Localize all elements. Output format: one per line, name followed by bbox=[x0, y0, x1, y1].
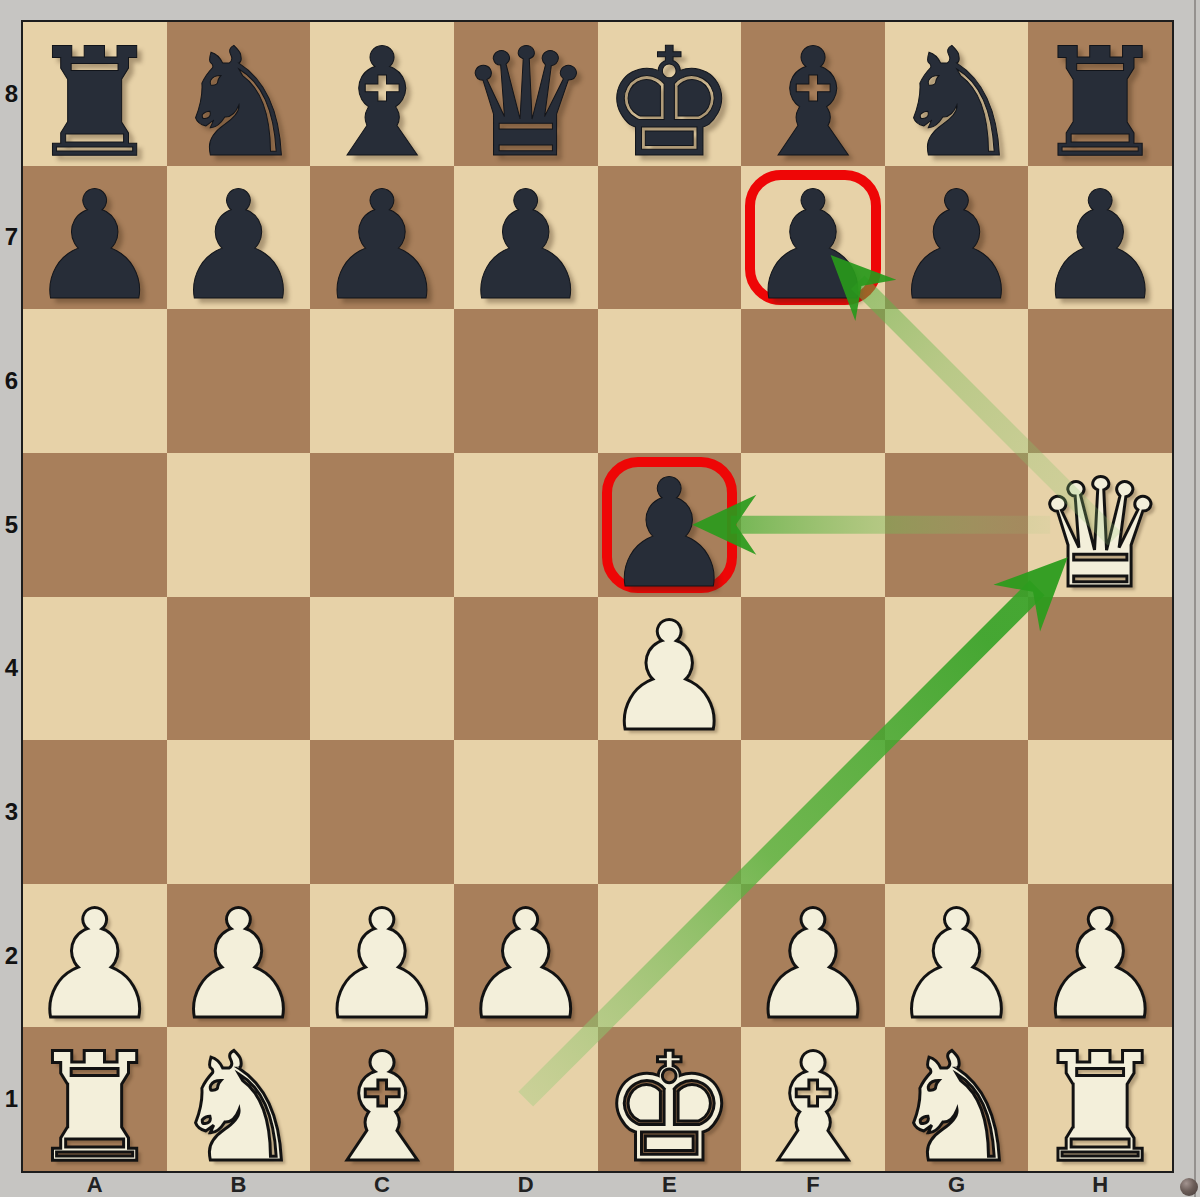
piece-black-queen: ♛ bbox=[454, 31, 598, 175]
square-h4[interactable] bbox=[1028, 597, 1172, 741]
rank-label-3: 3 bbox=[0, 740, 23, 884]
square-a4[interactable] bbox=[23, 597, 167, 741]
square-d5[interactable] bbox=[454, 453, 598, 597]
square-c4[interactable] bbox=[310, 597, 454, 741]
square-b8[interactable]: ♞ bbox=[167, 22, 311, 166]
square-g4[interactable] bbox=[885, 597, 1029, 741]
file-label-a: A bbox=[23, 1172, 167, 1197]
square-g6[interactable] bbox=[885, 309, 1029, 453]
square-a2[interactable]: ♟ bbox=[23, 884, 167, 1028]
square-h8[interactable]: ♜ bbox=[1028, 22, 1172, 166]
chess-diagram: 87654321 ♜♞♝♛♚♝♞♜♟♟♟♟♟♟♟♟♛♟♟♟♟♟♟♟♟♜♞♝♚♝♞… bbox=[0, 0, 1200, 1197]
chess-board: ♜♞♝♛♚♝♞♜♟♟♟♟♟♟♟♟♛♟♟♟♟♟♟♟♟♜♞♝♚♝♞♜ bbox=[23, 22, 1172, 1171]
rank-label-2: 2 bbox=[0, 884, 23, 1028]
piece-black-pawn: ♟ bbox=[598, 462, 742, 606]
file-label-f: F bbox=[741, 1172, 885, 1197]
square-d7[interactable]: ♟ bbox=[454, 166, 598, 310]
file-label-b: B bbox=[167, 1172, 311, 1197]
square-d6[interactable] bbox=[454, 309, 598, 453]
square-g1[interactable]: ♞ bbox=[885, 1027, 1029, 1171]
piece-white-rook: ♜ bbox=[23, 1036, 167, 1180]
piece-black-pawn: ♟ bbox=[23, 175, 167, 319]
piece-black-pawn: ♟ bbox=[310, 175, 454, 319]
square-a6[interactable] bbox=[23, 309, 167, 453]
square-h1[interactable]: ♜ bbox=[1028, 1027, 1172, 1171]
square-e8[interactable]: ♚ bbox=[598, 22, 742, 166]
square-d3[interactable] bbox=[454, 740, 598, 884]
file-label-e: E bbox=[598, 1172, 742, 1197]
square-b5[interactable] bbox=[167, 453, 311, 597]
square-f4[interactable] bbox=[741, 597, 885, 741]
rank-label-1: 1 bbox=[0, 1027, 23, 1171]
piece-white-pawn: ♟ bbox=[310, 893, 454, 1037]
square-g8[interactable]: ♞ bbox=[885, 22, 1029, 166]
piece-white-rook: ♜ bbox=[1028, 1036, 1172, 1180]
file-label-c: C bbox=[310, 1172, 454, 1197]
square-f3[interactable] bbox=[741, 740, 885, 884]
square-b7[interactable]: ♟ bbox=[167, 166, 311, 310]
piece-white-knight: ♞ bbox=[885, 1036, 1029, 1180]
square-a7[interactable]: ♟ bbox=[23, 166, 167, 310]
square-a8[interactable]: ♜ bbox=[23, 22, 167, 166]
square-e1[interactable]: ♚ bbox=[598, 1027, 742, 1171]
rank-label-8: 8 bbox=[0, 22, 23, 166]
square-f1[interactable]: ♝ bbox=[741, 1027, 885, 1171]
piece-white-bishop: ♝ bbox=[741, 1036, 885, 1180]
file-label-g: G bbox=[885, 1172, 1029, 1197]
square-f2[interactable]: ♟ bbox=[741, 884, 885, 1028]
piece-white-queen: ♛ bbox=[1028, 462, 1172, 606]
square-d2[interactable]: ♟ bbox=[454, 884, 598, 1028]
square-c5[interactable] bbox=[310, 453, 454, 597]
piece-white-knight: ♞ bbox=[167, 1036, 311, 1180]
piece-black-knight: ♞ bbox=[167, 31, 311, 175]
piece-black-rook: ♜ bbox=[1028, 31, 1172, 175]
square-b4[interactable] bbox=[167, 597, 311, 741]
rank-label-5: 5 bbox=[0, 453, 23, 597]
square-e6[interactable] bbox=[598, 309, 742, 453]
piece-white-pawn: ♟ bbox=[167, 893, 311, 1037]
piece-white-pawn: ♟ bbox=[23, 893, 167, 1037]
square-h3[interactable] bbox=[1028, 740, 1172, 884]
square-a5[interactable] bbox=[23, 453, 167, 597]
square-b1[interactable]: ♞ bbox=[167, 1027, 311, 1171]
square-c3[interactable] bbox=[310, 740, 454, 884]
red-highlight-e5 bbox=[602, 457, 738, 593]
square-b3[interactable] bbox=[167, 740, 311, 884]
square-f5[interactable] bbox=[741, 453, 885, 597]
square-b2[interactable]: ♟ bbox=[167, 884, 311, 1028]
file-label-d: D bbox=[454, 1172, 598, 1197]
square-e4[interactable]: ♟ bbox=[598, 597, 742, 741]
square-f7[interactable]: ♟ bbox=[741, 166, 885, 310]
square-a1[interactable]: ♜ bbox=[23, 1027, 167, 1171]
square-a3[interactable] bbox=[23, 740, 167, 884]
square-h2[interactable]: ♟ bbox=[1028, 884, 1172, 1028]
piece-black-pawn: ♟ bbox=[885, 175, 1029, 319]
square-c1[interactable]: ♝ bbox=[310, 1027, 454, 1171]
piece-white-pawn: ♟ bbox=[1028, 893, 1172, 1037]
square-e2[interactable] bbox=[598, 884, 742, 1028]
square-d8[interactable]: ♛ bbox=[454, 22, 598, 166]
rank-label-4: 4 bbox=[0, 597, 23, 741]
square-d4[interactable] bbox=[454, 597, 598, 741]
square-h5[interactable]: ♛ bbox=[1028, 453, 1172, 597]
piece-black-rook: ♜ bbox=[23, 31, 167, 175]
square-h6[interactable] bbox=[1028, 309, 1172, 453]
piece-white-pawn: ♟ bbox=[885, 893, 1029, 1037]
rank-labels: 87654321 bbox=[0, 22, 23, 1171]
square-c6[interactable] bbox=[310, 309, 454, 453]
square-g2[interactable]: ♟ bbox=[885, 884, 1029, 1028]
square-c8[interactable]: ♝ bbox=[310, 22, 454, 166]
red-highlight-f7 bbox=[745, 170, 881, 306]
square-c7[interactable]: ♟ bbox=[310, 166, 454, 310]
square-g3[interactable] bbox=[885, 740, 1029, 884]
piece-white-pawn: ♟ bbox=[454, 893, 598, 1037]
piece-black-pawn: ♟ bbox=[167, 175, 311, 319]
square-d1[interactable] bbox=[454, 1027, 598, 1171]
square-e5[interactable]: ♟ bbox=[598, 453, 742, 597]
piece-white-king: ♚ bbox=[598, 1036, 742, 1180]
square-e3[interactable] bbox=[598, 740, 742, 884]
square-h7[interactable]: ♟ bbox=[1028, 166, 1172, 310]
square-f6[interactable] bbox=[741, 309, 885, 453]
rank-label-6: 6 bbox=[0, 309, 23, 453]
square-e7[interactable] bbox=[598, 166, 742, 310]
square-f8[interactable]: ♝ bbox=[741, 22, 885, 166]
piece-white-bishop: ♝ bbox=[310, 1036, 454, 1180]
piece-black-bishop: ♝ bbox=[741, 31, 885, 175]
file-label-h: H bbox=[1028, 1172, 1172, 1197]
piece-black-pawn: ♟ bbox=[741, 175, 885, 319]
piece-white-pawn: ♟ bbox=[598, 606, 742, 750]
piece-black-pawn: ♟ bbox=[1028, 175, 1172, 319]
square-g5[interactable] bbox=[885, 453, 1029, 597]
piece-black-king: ♚ bbox=[598, 31, 742, 175]
file-labels: ABCDEFGH bbox=[23, 1172, 1172, 1197]
square-g7[interactable]: ♟ bbox=[885, 166, 1029, 310]
piece-white-pawn: ♟ bbox=[741, 893, 885, 1037]
piece-black-bishop: ♝ bbox=[310, 31, 454, 175]
piece-black-pawn: ♟ bbox=[454, 175, 598, 319]
square-b6[interactable] bbox=[167, 309, 311, 453]
rank-label-7: 7 bbox=[0, 166, 23, 310]
piece-black-knight: ♞ bbox=[885, 31, 1029, 175]
square-c2[interactable]: ♟ bbox=[310, 884, 454, 1028]
corner-dot bbox=[1180, 1178, 1198, 1196]
window-edge-line bbox=[1194, 0, 1196, 1197]
